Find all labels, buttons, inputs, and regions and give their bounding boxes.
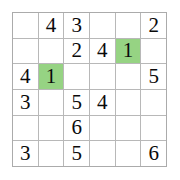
cell-r4c6[interactable] <box>141 90 166 115</box>
cell-r3c3[interactable] <box>64 64 89 89</box>
cell-r3c5[interactable] <box>116 64 141 89</box>
cell-r2c4[interactable]: 4 <box>90 39 115 64</box>
cell-r2c3[interactable]: 2 <box>64 39 89 64</box>
cell-r1c4[interactable] <box>90 13 115 38</box>
cell-r2c5[interactable]: 1 <box>116 39 141 64</box>
cell-r6c2[interactable] <box>39 141 64 166</box>
cell-r4c4[interactable]: 4 <box>90 90 115 115</box>
cell-r4c3[interactable]: 5 <box>64 90 89 115</box>
cell-r5c4[interactable] <box>90 116 115 141</box>
cell-r3c4[interactable] <box>90 64 115 89</box>
cell-r6c6[interactable]: 6 <box>141 141 166 166</box>
cell-r2c1[interactable] <box>13 39 38 64</box>
cell-r2c6[interactable] <box>141 39 166 64</box>
cell-r6c4[interactable] <box>90 141 115 166</box>
cell-r1c2[interactable]: 4 <box>39 13 64 38</box>
cell-r5c1[interactable] <box>13 116 38 141</box>
cell-r3c6[interactable]: 5 <box>141 64 166 89</box>
cell-r4c5[interactable] <box>116 90 141 115</box>
cell-r5c6[interactable] <box>141 116 166 141</box>
cell-r5c2[interactable] <box>39 116 64 141</box>
cell-r3c2[interactable]: 1 <box>39 64 64 89</box>
cell-r1c3[interactable]: 3 <box>64 13 89 38</box>
cell-r1c5[interactable] <box>116 13 141 38</box>
cell-r1c6[interactable]: 2 <box>141 13 166 38</box>
cell-r5c5[interactable] <box>116 116 141 141</box>
cell-r2c2[interactable] <box>39 39 64 64</box>
cell-r5c3[interactable]: 6 <box>64 116 89 141</box>
cell-r4c2[interactable] <box>39 90 64 115</box>
puzzle-board: 4322414153546356 <box>12 12 167 167</box>
cell-r3c1[interactable]: 4 <box>13 64 38 89</box>
cell-r6c5[interactable] <box>116 141 141 166</box>
cell-r1c1[interactable] <box>13 13 38 38</box>
cell-r6c1[interactable]: 3 <box>13 141 38 166</box>
cell-r4c1[interactable]: 3 <box>13 90 38 115</box>
cell-r6c3[interactable]: 5 <box>64 141 89 166</box>
